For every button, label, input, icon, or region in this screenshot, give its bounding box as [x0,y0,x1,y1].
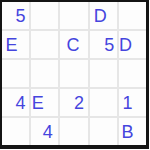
given-glyph: 5 [104,36,114,54]
given-glyph: D [119,36,132,54]
given-glyph: B [121,123,133,141]
cell-r2c4: 5 [90,31,117,58]
cell-r3c5[interactable] [119,60,146,87]
given-glyph: 5 [16,7,26,25]
cell-r1c2[interactable] [31,2,58,29]
cell-r2c5: D [119,31,146,58]
cell-r1c1: 5 [2,2,29,29]
cell-r2c2[interactable] [31,31,58,58]
cell-r1c5[interactable] [119,2,146,29]
cell-r3c3[interactable] [60,60,87,87]
cell-r1c4: D [90,2,117,29]
cell-r4c5: 1 [119,89,146,116]
cell-r4c1: 4 [2,89,29,116]
cell-r2c3: C [60,31,87,58]
given-glyph: 4 [43,123,53,141]
cell-r5c3[interactable] [60,118,87,145]
cell-r4c3: 2 [60,89,87,116]
cell-r5c4[interactable] [90,118,117,145]
given-glyph: 2 [74,94,84,112]
puzzle-board: 5DEC5D4E214B [0,0,149,149]
cell-r3c1[interactable] [2,60,29,87]
cell-r2c1: E [2,31,29,58]
given-glyph: D [94,7,107,25]
cell-r1c3[interactable] [60,2,87,29]
given-glyph: 1 [122,94,132,112]
cell-r3c4[interactable] [90,60,117,87]
cell-r5c2: 4 [31,118,58,145]
cell-r5c1[interactable] [2,118,29,145]
given-glyph: E [6,36,18,54]
given-glyph: E [32,94,44,112]
cell-r3c2[interactable] [31,60,58,87]
given-glyph: 4 [16,94,26,112]
given-glyph: C [66,36,79,54]
cell-r5c5: B [119,118,146,145]
cell-r4c2: E [31,89,58,116]
cell-r4c4[interactable] [90,89,117,116]
